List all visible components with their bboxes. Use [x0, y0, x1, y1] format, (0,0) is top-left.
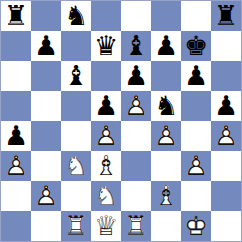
black-rook-glyph: ♜︎ [211, 1, 241, 31]
square-a7[interactable] [1, 31, 31, 61]
square-h7[interactable] [211, 31, 241, 61]
square-a4[interactable]: ♟︎ [1, 121, 31, 151]
white-queen-outline: ♕︎ [91, 211, 121, 241]
square-b6[interactable] [31, 61, 61, 91]
square-h2[interactable] [211, 181, 241, 211]
piece-black-knight: ♞︎ [61, 1, 91, 31]
white-knight-outline: ♘︎ [91, 181, 121, 211]
white-king-outline: ♔︎ [181, 211, 211, 241]
black-rook-glyph: ♜︎ [1, 1, 31, 31]
square-d6[interactable] [91, 61, 121, 91]
piece-white-rook: ♜︎♖︎ [61, 211, 91, 241]
square-e7[interactable]: ♝︎ [121, 31, 151, 61]
square-f1[interactable] [151, 211, 181, 241]
black-knight-glyph: ♞︎ [151, 91, 181, 121]
square-e3[interactable] [121, 151, 151, 181]
square-c1[interactable]: ♜︎♖︎ [61, 211, 91, 241]
square-h4[interactable]: ♟︎♙︎ [211, 121, 241, 151]
piece-white-bishop: ♝︎♗︎ [151, 181, 181, 211]
piece-white-pawn: ♟︎♙︎ [31, 181, 61, 211]
square-b3[interactable] [31, 151, 61, 181]
square-b5[interactable] [31, 91, 61, 121]
square-a8[interactable]: ♜︎ [1, 1, 31, 31]
square-g3[interactable]: ♟︎♙︎ [181, 151, 211, 181]
square-e4[interactable] [121, 121, 151, 151]
white-knight-outline: ♘︎ [61, 151, 91, 181]
piece-white-bishop: ♝︎♗︎ [91, 151, 121, 181]
square-f8[interactable] [151, 1, 181, 31]
square-g7[interactable]: ♚︎ [181, 31, 211, 61]
piece-black-bishop: ♝︎ [121, 31, 151, 61]
black-bishop-glyph: ♝︎ [61, 61, 91, 91]
piece-black-pawn: ♟︎ [91, 91, 121, 121]
white-pawn-outline: ♙︎ [181, 151, 211, 181]
square-c3[interactable]: ♞︎♘︎ [61, 151, 91, 181]
square-h1[interactable] [211, 211, 241, 241]
square-d7[interactable]: ♛︎ [91, 31, 121, 61]
white-rook-outline: ♖︎ [61, 211, 91, 241]
white-pawn-outline: ♙︎ [151, 121, 181, 151]
square-h8[interactable]: ♜︎ [211, 1, 241, 31]
square-d1[interactable]: ♛︎♕︎ [91, 211, 121, 241]
square-b4[interactable] [31, 121, 61, 151]
square-b1[interactable] [31, 211, 61, 241]
square-h3[interactable] [211, 151, 241, 181]
square-e1[interactable]: ♜︎♖︎ [121, 211, 151, 241]
piece-black-pawn: ♟︎ [1, 121, 31, 151]
black-pawn-glyph: ♟︎ [1, 121, 31, 151]
piece-white-pawn: ♟︎♙︎ [1, 151, 31, 181]
black-pawn-glyph: ♟︎ [211, 91, 241, 121]
square-d8[interactable] [91, 1, 121, 31]
square-c7[interactable] [61, 31, 91, 61]
square-g4[interactable] [181, 121, 211, 151]
square-b8[interactable] [31, 1, 61, 31]
square-d4[interactable]: ♟︎♙︎ [91, 121, 121, 151]
piece-white-knight: ♞︎♘︎ [61, 151, 91, 181]
square-d3[interactable]: ♝︎♗︎ [91, 151, 121, 181]
square-e2[interactable] [121, 181, 151, 211]
white-pawn-outline: ♙︎ [121, 91, 151, 121]
square-a3[interactable]: ♟︎♙︎ [1, 151, 31, 181]
square-g5[interactable] [181, 91, 211, 121]
square-f7[interactable]: ♟︎ [151, 31, 181, 61]
square-c4[interactable] [61, 121, 91, 151]
piece-white-pawn: ♟︎♙︎ [151, 121, 181, 151]
square-c2[interactable] [61, 181, 91, 211]
piece-white-king: ♚︎♔︎ [181, 211, 211, 241]
square-g6[interactable]: ♟︎ [181, 61, 211, 91]
white-bishop-outline: ♗︎ [151, 181, 181, 211]
piece-white-pawn: ♟︎♙︎ [181, 151, 211, 181]
piece-white-knight: ♞︎♘︎ [91, 181, 121, 211]
white-pawn-outline: ♙︎ [211, 121, 241, 151]
black-pawn-glyph: ♟︎ [181, 61, 211, 91]
piece-white-pawn: ♟︎♙︎ [211, 121, 241, 151]
piece-white-queen: ♛︎♕︎ [91, 211, 121, 241]
black-pawn-glyph: ♟︎ [91, 91, 121, 121]
black-queen-glyph: ♛︎ [91, 31, 121, 61]
square-c6[interactable]: ♝︎ [61, 61, 91, 91]
square-g2[interactable] [181, 181, 211, 211]
square-h6[interactable] [211, 61, 241, 91]
square-e8[interactable] [121, 1, 151, 31]
white-rook-outline: ♖︎ [121, 211, 151, 241]
piece-white-rook: ♜︎♖︎ [121, 211, 151, 241]
piece-black-pawn: ♟︎ [211, 91, 241, 121]
piece-black-rook: ♜︎ [211, 1, 241, 31]
white-pawn-outline: ♙︎ [31, 181, 61, 211]
piece-black-pawn: ♟︎ [151, 31, 181, 61]
square-f4[interactable]: ♟︎♙︎ [151, 121, 181, 151]
chess-board: ♜︎♞︎♜︎♟︎♛︎♝︎♟︎♚︎♝︎♟︎♟︎♟︎♟︎♙︎♞︎♟︎♟︎♟︎♙︎♟︎… [0, 0, 242, 242]
square-c8[interactable]: ♞︎ [61, 1, 91, 31]
square-c5[interactable] [61, 91, 91, 121]
square-d2[interactable]: ♞︎♘︎ [91, 181, 121, 211]
square-e5[interactable]: ♟︎♙︎ [121, 91, 151, 121]
piece-black-knight: ♞︎ [151, 91, 181, 121]
black-bishop-glyph: ♝︎ [121, 31, 151, 61]
black-pawn-glyph: ♟︎ [151, 31, 181, 61]
piece-black-pawn: ♟︎ [31, 31, 61, 61]
black-knight-glyph: ♞︎ [61, 1, 91, 31]
square-b7[interactable]: ♟︎ [31, 31, 61, 61]
square-e6[interactable]: ♟︎ [121, 61, 151, 91]
piece-black-queen: ♛︎ [91, 31, 121, 61]
square-f5[interactable]: ♞︎ [151, 91, 181, 121]
white-bishop-outline: ♗︎ [91, 151, 121, 181]
piece-white-pawn: ♟︎♙︎ [121, 91, 151, 121]
square-h5[interactable]: ♟︎ [211, 91, 241, 121]
square-a2[interactable] [1, 181, 31, 211]
square-g1[interactable]: ♚︎♔︎ [181, 211, 211, 241]
piece-black-rook: ♜︎ [1, 1, 31, 31]
piece-black-bishop: ♝︎ [61, 61, 91, 91]
piece-white-pawn: ♟︎♙︎ [91, 121, 121, 151]
square-a1[interactable] [1, 211, 31, 241]
black-king-glyph: ♚︎ [181, 31, 211, 61]
square-a5[interactable] [1, 91, 31, 121]
square-f3[interactable] [151, 151, 181, 181]
black-pawn-glyph: ♟︎ [31, 31, 61, 61]
square-d5[interactable]: ♟︎ [91, 91, 121, 121]
piece-black-pawn: ♟︎ [181, 61, 211, 91]
square-f6[interactable] [151, 61, 181, 91]
white-pawn-outline: ♙︎ [91, 121, 121, 151]
square-a6[interactable] [1, 61, 31, 91]
black-pawn-glyph: ♟︎ [121, 61, 151, 91]
piece-black-pawn: ♟︎ [121, 61, 151, 91]
square-g8[interactable] [181, 1, 211, 31]
piece-black-king: ♚︎ [181, 31, 211, 61]
square-f2[interactable]: ♝︎♗︎ [151, 181, 181, 211]
square-b2[interactable]: ♟︎♙︎ [31, 181, 61, 211]
white-pawn-outline: ♙︎ [1, 151, 31, 181]
